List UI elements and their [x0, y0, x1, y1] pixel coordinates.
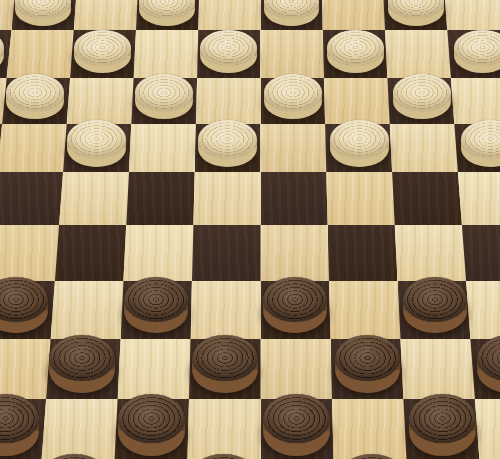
- square-r2c4-light[interactable]: [134, 30, 199, 78]
- piece-top-light: [330, 120, 389, 158]
- piece-light-r4c7[interactable]: [330, 120, 389, 167]
- square-r7c5-light[interactable]: [191, 281, 261, 339]
- square-r8c4-light[interactable]: [118, 339, 191, 399]
- square-r6c5-dark[interactable]: [192, 225, 261, 281]
- square-r3c3-light[interactable]: [67, 78, 134, 124]
- square-r2c6-light[interactable]: [261, 30, 324, 78]
- piece-top-light: [6, 74, 64, 111]
- square-r9c5-light[interactable]: [187, 399, 260, 459]
- piece-light-r1c2[interactable]: [15, 0, 71, 25]
- piece-light-r3c6[interactable]: [264, 74, 322, 119]
- piece-top-dark: [40, 454, 109, 459]
- square-r5c5-light[interactable]: [193, 172, 260, 225]
- piece-top-dark: [192, 335, 258, 382]
- piece-dark-r9c2[interactable]: [0, 394, 39, 455]
- square-r7c3-light[interactable]: [51, 281, 124, 339]
- piece-dark-r10c3[interactable]: [40, 454, 109, 459]
- piece-light-r3c2[interactable]: [6, 74, 64, 119]
- piece-top-light: [393, 74, 451, 111]
- square-r7c7-light[interactable]: [329, 281, 400, 339]
- square-r5c6-dark[interactable]: [261, 172, 328, 225]
- piece-dark-r9c8[interactable]: [409, 394, 476, 455]
- piece-dark-r8c9[interactable]: [477, 335, 500, 394]
- piece-top-light: [74, 30, 131, 65]
- piece-light-r2c1[interactable]: [0, 30, 4, 73]
- piece-top-dark: [263, 277, 327, 322]
- square-r6c4-light[interactable]: [123, 225, 193, 281]
- piece-light-r4c9[interactable]: [461, 120, 500, 167]
- square-r3c5-light[interactable]: [196, 78, 261, 124]
- piece-top-dark: [487, 454, 500, 459]
- square-r3c7-light[interactable]: [324, 78, 390, 124]
- square-r9c3-light[interactable]: [41, 399, 117, 459]
- square-r6c6-light[interactable]: [261, 225, 330, 281]
- piece-dark-r7c8[interactable]: [403, 277, 467, 333]
- square-r6c8-light[interactable]: [395, 225, 466, 281]
- piece-light-r1c6[interactable]: [264, 0, 320, 25]
- piece-light-r2c7[interactable]: [327, 30, 384, 73]
- piece-light-r2c9[interactable]: [454, 30, 500, 73]
- piece-dark-r10c7[interactable]: [338, 454, 407, 459]
- piece-top-dark: [189, 454, 258, 459]
- square-r1c7-light[interactable]: [322, 0, 385, 30]
- square-r6c3-dark[interactable]: [55, 225, 126, 281]
- piece-dark-r10c9[interactable]: [487, 454, 500, 459]
- square-r1c3-light[interactable]: [74, 0, 139, 30]
- square-r2c2-light[interactable]: [7, 30, 74, 78]
- square-r5c3-light[interactable]: [59, 172, 129, 225]
- piece-dark-r10c5[interactable]: [189, 454, 258, 459]
- piece-light-r1c4[interactable]: [139, 0, 195, 25]
- piece-top-dark: [335, 335, 401, 382]
- piece-dark-r8c5[interactable]: [192, 335, 258, 394]
- piece-light-r1c8[interactable]: [388, 0, 444, 25]
- square-r5c9-light[interactable]: [458, 172, 500, 225]
- square-r6c2-light[interactable]: [0, 225, 59, 281]
- piece-top-dark: [49, 335, 115, 382]
- square-r4c6-light[interactable]: [261, 124, 327, 172]
- square-r6c7-dark[interactable]: [328, 225, 398, 281]
- piece-light-r3c8[interactable]: [393, 74, 451, 119]
- square-r8c6-light[interactable]: [261, 339, 333, 399]
- square-r7c9-light[interactable]: [466, 281, 500, 339]
- square-r8c8-light[interactable]: [400, 339, 475, 399]
- square-r5c4-dark[interactable]: [126, 172, 194, 225]
- piece-light-r4c5[interactable]: [198, 120, 257, 167]
- piece-top-dark: [403, 277, 467, 322]
- square-r3c9-light[interactable]: [451, 78, 500, 124]
- square-r5c7-light[interactable]: [326, 172, 394, 225]
- board-photo: [0, 0, 500, 459]
- piece-top-light: [264, 74, 322, 111]
- piece-top-light: [198, 120, 257, 158]
- square-r4c8-light[interactable]: [390, 124, 458, 172]
- piece-top-dark: [409, 394, 476, 443]
- square-r8c2-light[interactable]: [0, 339, 51, 399]
- square-r5c8-dark[interactable]: [392, 172, 462, 225]
- piece-light-r2c3[interactable]: [74, 30, 131, 73]
- piece-dark-r7c4[interactable]: [124, 277, 188, 333]
- piece-light-r2c5[interactable]: [200, 30, 257, 73]
- piece-dark-r7c2[interactable]: [0, 277, 48, 333]
- square-r4c4-light[interactable]: [129, 124, 196, 172]
- piece-top-light: [67, 120, 126, 158]
- square-r9c7-light[interactable]: [332, 399, 407, 459]
- piece-dark-r7c6[interactable]: [263, 277, 327, 333]
- piece-top-light: [135, 74, 193, 111]
- piece-dark-r8c7[interactable]: [335, 335, 401, 394]
- piece-dark-r8c3[interactable]: [49, 335, 115, 394]
- piece-top-dark: [124, 277, 188, 322]
- square-r2c8-light[interactable]: [385, 30, 451, 78]
- piece-dark-r9c4[interactable]: [118, 394, 185, 455]
- piece-light-r3c4[interactable]: [135, 74, 193, 119]
- square-r5c2-dark[interactable]: [0, 172, 63, 225]
- square-r1c5-light[interactable]: [198, 0, 260, 30]
- piece-light-r4c3[interactable]: [67, 120, 126, 167]
- piece-top-dark: [118, 394, 185, 443]
- square-r4c2-light[interactable]: [0, 124, 67, 172]
- piece-dark-r9c6[interactable]: [263, 394, 330, 455]
- piece-top-dark: [338, 454, 407, 459]
- square-r6c9-dark[interactable]: [462, 225, 500, 281]
- piece-top-dark: [263, 394, 330, 443]
- square-r1c9-light[interactable]: [444, 0, 500, 30]
